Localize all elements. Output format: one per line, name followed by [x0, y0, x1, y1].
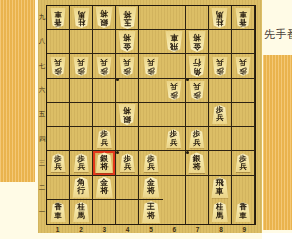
board-cell[interactable] [47, 127, 70, 151]
shogi-board: 九八七六五四三二一 香車桂馬銀将玉将桂馬香車金将飛車金将歩兵歩兵歩兵歩兵歩兵角行… [38, 0, 262, 233]
board-cell[interactable]: 歩兵 [232, 151, 255, 175]
board-cell[interactable] [70, 127, 93, 151]
board-cell[interactable]: 王将 [139, 200, 162, 224]
right-margin [292, 0, 300, 239]
shogi-piece-sente: 角行 [188, 56, 206, 77]
board-cell[interactable] [93, 79, 116, 103]
shogi-piece-gote: 歩兵 [119, 153, 135, 172]
board-cell[interactable]: 桂馬 [70, 200, 93, 224]
board-cell[interactable] [139, 6, 162, 30]
shogi-piece-gote: 角行 [72, 177, 90, 198]
rank-label: 二 [38, 176, 46, 200]
shogi-piece-gote: 金将 [95, 177, 113, 198]
board-cell[interactable]: 歩兵 [232, 54, 255, 78]
board-cell[interactable] [139, 103, 162, 127]
rank-label: 四 [38, 127, 46, 151]
board-cell[interactable] [186, 103, 209, 127]
board-cell[interactable] [209, 151, 232, 175]
shogi-piece-gote: 歩兵 [73, 153, 89, 172]
shogi-piece-sente: 桂馬 [211, 8, 228, 28]
board-cell[interactable] [47, 176, 70, 200]
board-cell[interactable]: 歩兵 [163, 79, 186, 103]
board-cell[interactable]: 歩兵 [186, 79, 209, 103]
board-cell[interactable] [232, 127, 255, 151]
board-cell[interactable]: 歩兵 [209, 103, 232, 127]
board-cell[interactable]: 銀将 [93, 151, 116, 175]
board-cell[interactable] [93, 30, 116, 54]
board-cell[interactable]: 桂馬 [70, 6, 93, 30]
board-cell[interactable] [139, 79, 162, 103]
shogi-piece-gote: 歩兵 [189, 129, 205, 148]
board-cell[interactable] [116, 127, 139, 151]
shogi-piece-gote: 歩兵 [212, 105, 228, 124]
board-cell[interactable] [163, 54, 186, 78]
board-cell[interactable] [186, 176, 209, 200]
board-cell[interactable]: 銀将 [116, 103, 139, 127]
rank-label: 七 [38, 54, 46, 78]
board-cell[interactable]: 歩兵 [163, 127, 186, 151]
shogi-piece-gote: 桂馬 [211, 202, 228, 222]
board-cell[interactable] [47, 30, 70, 54]
board-cell[interactable] [186, 200, 209, 224]
rank-label: 六 [38, 78, 46, 102]
board-cell[interactable]: 歩兵 [139, 151, 162, 175]
board-cell[interactable]: 飛車 [209, 176, 232, 200]
board-cell[interactable]: 銀将 [186, 151, 209, 175]
shogi-piece-sente: 歩兵 [50, 57, 66, 76]
shogi-piece-sente: 歩兵 [119, 57, 135, 76]
board-cell[interactable]: 香車 [47, 200, 70, 224]
board-cell[interactable] [70, 103, 93, 127]
shogi-piece-sente: 香車 [235, 8, 251, 28]
komadai-left-tray [0, 0, 35, 182]
shogi-piece-gote: 香車 [235, 202, 251, 222]
board-cell[interactable] [163, 103, 186, 127]
board-cell[interactable]: 金将 [186, 30, 209, 54]
board-cell[interactable]: 歩兵 [209, 54, 232, 78]
board-cell[interactable]: 金将 [116, 30, 139, 54]
board-cell[interactable]: 歩兵 [116, 151, 139, 175]
board-cell[interactable] [93, 200, 116, 224]
board-cell[interactable] [232, 79, 255, 103]
file-label: 2 [69, 225, 92, 233]
rank-labels: 九八七六五四三二一 [38, 5, 46, 225]
board-cell[interactable]: 歩兵 [186, 127, 209, 151]
board-cell[interactable]: 歩兵 [139, 54, 162, 78]
shogi-piece-sente: 歩兵 [189, 81, 205, 100]
file-label: 5 [139, 225, 162, 233]
board-cell[interactable] [139, 127, 162, 151]
shogi-piece-gote: 香車 [50, 202, 66, 222]
shogi-piece-sente: 歩兵 [96, 57, 112, 76]
file-label: 9 [233, 225, 256, 233]
shogi-piece-sente: 金将 [118, 31, 136, 52]
shogi-piece-gote: 銀将 [188, 152, 206, 173]
board-cell[interactable]: 金将 [93, 176, 116, 200]
board-cell[interactable]: 玉将 [116, 6, 139, 30]
shogi-piece-gote: 歩兵 [235, 153, 251, 172]
file-label: 7 [186, 225, 209, 233]
board-cell[interactable] [163, 200, 186, 224]
shogi-piece-gote: 歩兵 [50, 153, 66, 172]
board-cell[interactable] [232, 30, 255, 54]
shogi-piece-sente: 歩兵 [166, 81, 182, 100]
board-cell[interactable]: 香車 [232, 200, 255, 224]
board-cell[interactable] [232, 176, 255, 200]
shogi-piece-gote: 歩兵 [96, 129, 112, 148]
board-cell[interactable] [232, 103, 255, 127]
bottom-margin [262, 233, 300, 239]
board-cell[interactable] [116, 200, 139, 224]
file-labels: 123456789 [46, 225, 256, 233]
file-label: 1 [46, 225, 69, 233]
board-cell[interactable]: 歩兵 [93, 54, 116, 78]
shogi-piece-sente: 銀将 [95, 7, 113, 28]
board-cell[interactable] [116, 79, 139, 103]
shogi-piece-sente: 玉将 [118, 7, 137, 29]
board-cell[interactable] [47, 79, 70, 103]
board-cell[interactable] [139, 30, 162, 54]
board-cell[interactable]: 歩兵 [70, 54, 93, 78]
shogi-piece-sente: 歩兵 [235, 57, 251, 76]
board-cell[interactable]: 金将 [139, 176, 162, 200]
board-cell[interactable]: 角行 [186, 54, 209, 78]
shogi-piece-gote: 桂馬 [73, 202, 90, 222]
komadai-right-tray [263, 55, 292, 230]
file-label: 3 [93, 225, 116, 233]
board-cell[interactable] [186, 6, 209, 30]
board-cell[interactable]: 歩兵 [70, 151, 93, 175]
shogi-piece-sente: 銀将 [118, 104, 136, 125]
board-cell[interactable]: 銀将 [93, 6, 116, 30]
rank-label: 三 [38, 152, 46, 176]
file-label: 8 [209, 225, 232, 233]
board-cell[interactable] [70, 79, 93, 103]
board-cell[interactable] [209, 79, 232, 103]
board-grid: 香車桂馬銀将玉将桂馬香車金将飛車金将歩兵歩兵歩兵歩兵歩兵角行歩兵歩兵歩兵歩兵銀将… [46, 5, 256, 225]
rank-label: 八 [38, 29, 46, 53]
shogi-piece-gote: 飛車 [211, 177, 229, 198]
board-cell[interactable]: 香車 [232, 6, 255, 30]
shogi-piece-gote: 歩兵 [143, 153, 159, 172]
shogi-piece-gote: 歩兵 [166, 129, 182, 148]
board-cell[interactable] [163, 176, 186, 200]
rank-label: 九 [38, 5, 46, 29]
board-cell[interactable]: 桂馬 [209, 6, 232, 30]
file-label: 6 [163, 225, 186, 233]
board-cell[interactable]: 桂馬 [209, 200, 232, 224]
shogi-piece-sente: 金将 [188, 31, 206, 52]
rank-label: 一 [38, 201, 46, 225]
board-cell[interactable] [70, 30, 93, 54]
shogi-piece-sente: 歩兵 [73, 57, 89, 76]
board-cell[interactable]: 角行 [70, 176, 93, 200]
shogi-piece-sente: 歩兵 [143, 57, 159, 76]
board-cell[interactable]: 歩兵 [47, 151, 70, 175]
board-cell[interactable] [163, 6, 186, 30]
board-cell[interactable]: 歩兵 [116, 54, 139, 78]
board-cell[interactable] [93, 103, 116, 127]
shogi-piece-sente: 桂馬 [73, 8, 90, 28]
file-label: 4 [116, 225, 139, 233]
shogi-piece-sente: 香車 [50, 8, 66, 28]
rank-label: 五 [38, 103, 46, 127]
shogi-piece-gote: 銀将 [95, 152, 113, 173]
board-cell[interactable] [116, 176, 139, 200]
shogi-piece-gote: 金将 [142, 177, 160, 198]
shogi-diagram-page: 九八七六五四三二一 香車桂馬銀将玉将桂馬香車金将飛車金将歩兵歩兵歩兵歩兵歩兵角行… [0, 0, 300, 239]
shogi-piece-sente: 歩兵 [212, 57, 228, 76]
board-cell[interactable] [47, 103, 70, 127]
board-cell[interactable] [209, 127, 232, 151]
board-cell[interactable] [209, 30, 232, 54]
board-cell[interactable] [163, 151, 186, 175]
shogi-piece-sente: 飛車 [165, 31, 183, 52]
board-cell[interactable]: 飛車 [163, 30, 186, 54]
board-cell[interactable]: 歩兵 [93, 127, 116, 151]
board-cell[interactable]: 歩兵 [47, 54, 70, 78]
board-cell[interactable]: 香車 [47, 6, 70, 30]
shogi-piece-gote: 王将 [141, 201, 160, 223]
